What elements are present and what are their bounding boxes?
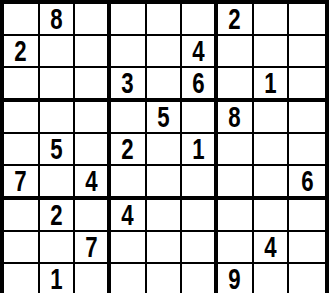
cell-r7c2[interactable]: 2 (40, 200, 76, 232)
cell-r1c5[interactable] (147, 4, 183, 36)
cell-r2c2[interactable] (40, 36, 76, 68)
cell-r8c6[interactable] (182, 232, 218, 264)
cell-r5c7[interactable] (218, 134, 254, 166)
cell-r6c7[interactable] (218, 166, 254, 200)
cell-r8c4[interactable] (111, 232, 147, 264)
cell-r7c4[interactable]: 4 (111, 200, 147, 232)
cell-r1c6[interactable] (182, 4, 218, 36)
cell-r3c1[interactable] (4, 68, 40, 102)
cell-r9c8[interactable] (254, 264, 290, 293)
given-digit: 9 (229, 264, 241, 293)
sudoku-board: 822436158521746247419 (0, 0, 329, 293)
given-digit: 4 (192, 36, 204, 66)
cell-r9c9[interactable] (289, 264, 325, 293)
cell-r7c7[interactable] (218, 200, 254, 232)
cell-r2c8[interactable] (254, 36, 290, 68)
cell-r5c4[interactable]: 2 (111, 134, 147, 166)
cell-r4c6[interactable] (182, 102, 218, 134)
cell-r1c2[interactable]: 8 (40, 4, 76, 36)
cell-r4c5[interactable]: 5 (147, 102, 183, 134)
given-digit: 2 (50, 200, 62, 230)
cell-r6c3[interactable]: 4 (75, 166, 111, 200)
cell-r9c5[interactable] (147, 264, 183, 293)
cell-r1c1[interactable] (4, 4, 40, 36)
cell-r3c4[interactable]: 3 (111, 68, 147, 102)
cell-r9c1[interactable] (4, 264, 40, 293)
cell-r9c2[interactable]: 1 (40, 264, 76, 293)
cell-r4c2[interactable] (40, 102, 76, 134)
given-digit: 6 (192, 68, 204, 98)
cell-r2c6[interactable]: 4 (182, 36, 218, 68)
given-digit: 2 (15, 36, 27, 66)
given-digit: 5 (50, 134, 62, 164)
given-digit: 5 (157, 102, 169, 132)
given-digit: 7 (85, 232, 97, 262)
cell-r3c3[interactable] (75, 68, 111, 102)
cell-r7c8[interactable] (254, 200, 290, 232)
cell-r5c2[interactable]: 5 (40, 134, 76, 166)
cell-r3c8[interactable]: 1 (254, 68, 290, 102)
cell-r2c7[interactable] (218, 36, 254, 68)
cell-r2c3[interactable] (75, 36, 111, 68)
cell-r1c3[interactable] (75, 4, 111, 36)
given-digit: 6 (301, 166, 313, 196)
cell-r2c5[interactable] (147, 36, 183, 68)
given-digit: 2 (122, 134, 134, 164)
given-digit: 8 (229, 102, 241, 132)
given-digit: 1 (50, 264, 62, 293)
cell-r5c6[interactable]: 1 (182, 134, 218, 166)
cell-r4c8[interactable] (254, 102, 290, 134)
given-digit: 4 (122, 200, 134, 230)
cell-r6c8[interactable] (254, 166, 290, 200)
given-digit: 1 (264, 68, 276, 98)
cell-r9c7[interactable]: 9 (218, 264, 254, 293)
cell-r8c1[interactable] (4, 232, 40, 264)
given-digit: 8 (50, 4, 62, 34)
cell-r2c9[interactable] (289, 36, 325, 68)
cell-r6c4[interactable] (111, 166, 147, 200)
cell-r6c9[interactable]: 6 (289, 166, 325, 200)
cell-r3c9[interactable] (289, 68, 325, 102)
cell-r4c1[interactable] (4, 102, 40, 134)
cell-r1c9[interactable] (289, 4, 325, 36)
cell-r1c7[interactable]: 2 (218, 4, 254, 36)
cell-r5c1[interactable] (4, 134, 40, 166)
cell-r7c5[interactable] (147, 200, 183, 232)
cell-r5c3[interactable] (75, 134, 111, 166)
cell-r9c6[interactable] (182, 264, 218, 293)
cell-r8c9[interactable] (289, 232, 325, 264)
cell-r4c4[interactable] (111, 102, 147, 134)
given-digit: 4 (85, 166, 97, 196)
cell-r4c9[interactable] (289, 102, 325, 134)
cell-r5c5[interactable] (147, 134, 183, 166)
cell-r1c4[interactable] (111, 4, 147, 36)
cell-r7c6[interactable] (182, 200, 218, 232)
cell-r3c6[interactable]: 6 (182, 68, 218, 102)
cell-r2c4[interactable] (111, 36, 147, 68)
given-digit: 3 (122, 68, 134, 98)
cell-r7c3[interactable] (75, 200, 111, 232)
cell-r3c7[interactable] (218, 68, 254, 102)
cell-r3c5[interactable] (147, 68, 183, 102)
cell-r8c3[interactable]: 7 (75, 232, 111, 264)
cell-r5c8[interactable] (254, 134, 290, 166)
cell-r6c5[interactable] (147, 166, 183, 200)
cell-r3c2[interactable] (40, 68, 76, 102)
cell-r7c9[interactable] (289, 200, 325, 232)
given-digit: 7 (15, 166, 27, 196)
cell-r8c7[interactable] (218, 232, 254, 264)
cell-r7c1[interactable] (4, 200, 40, 232)
given-digit: 4 (264, 232, 276, 262)
cell-r4c3[interactable] (75, 102, 111, 134)
given-digit: 2 (229, 4, 241, 34)
cell-r6c1[interactable]: 7 (4, 166, 40, 200)
given-digit: 1 (192, 134, 204, 164)
cell-r4c7[interactable]: 8 (218, 102, 254, 134)
cell-r5c9[interactable] (289, 134, 325, 166)
cell-r2c1[interactable]: 2 (4, 36, 40, 68)
cell-r9c4[interactable] (111, 264, 147, 293)
cell-r8c8[interactable]: 4 (254, 232, 290, 264)
cell-r9c3[interactable] (75, 264, 111, 293)
cell-r8c5[interactable] (147, 232, 183, 264)
cell-r6c2[interactable] (40, 166, 76, 200)
cell-r6c6[interactable] (182, 166, 218, 200)
cell-r1c8[interactable] (254, 4, 290, 36)
cell-r8c2[interactable] (40, 232, 76, 264)
